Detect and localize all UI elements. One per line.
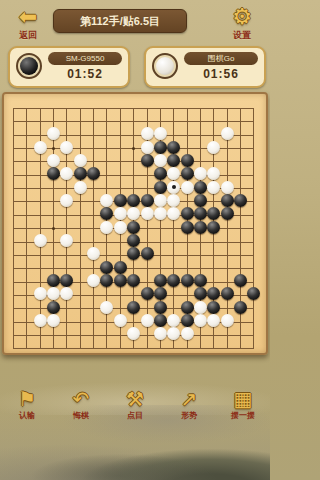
black-stone — [114, 194, 127, 207]
white-stone — [221, 127, 234, 140]
black-stone — [194, 181, 207, 194]
black-stone — [234, 301, 247, 314]
white-stone — [221, 181, 234, 194]
black-stone — [221, 287, 234, 300]
grid-line-h — [13, 268, 254, 269]
hoshi-point — [132, 147, 135, 150]
black-stone — [47, 301, 60, 314]
white-stone — [127, 207, 140, 220]
black-player-panel: SM-G9550 01:52 — [8, 46, 130, 88]
white-stone — [154, 127, 167, 140]
settings-gear-icon: ⚙ — [220, 6, 264, 28]
white-stone — [34, 234, 47, 247]
trend-chart-icon: ↗ — [164, 388, 214, 410]
black-stone — [127, 274, 140, 287]
top-bar: ⬅ 返回 第112手/贴6.5目 ⚙ 设置 — [0, 0, 270, 44]
white-stone — [34, 141, 47, 154]
white-stone — [141, 207, 154, 220]
hoshi-point — [52, 147, 55, 150]
black-stone — [221, 194, 234, 207]
white-stone — [60, 194, 73, 207]
back-arrow-icon: ⬅ — [6, 6, 50, 28]
black-stone — [207, 221, 220, 234]
settings-button[interactable]: ⚙ 设置 — [220, 6, 264, 42]
settings-label: 设置 — [220, 29, 264, 42]
black-stone — [194, 287, 207, 300]
toolbar-label: 认输 — [2, 410, 52, 421]
black-stone — [194, 207, 207, 220]
white-stone — [221, 314, 234, 327]
toolbar-label: 形势 — [164, 410, 214, 421]
black-stone — [127, 247, 140, 260]
black-stone — [154, 274, 167, 287]
white-stone — [127, 327, 140, 340]
white-stone — [154, 327, 167, 340]
black-stone — [181, 207, 194, 220]
resign-flag-icon: ⚑ — [2, 388, 52, 410]
toolbar-label: 悔棋 — [56, 410, 106, 421]
black-player-name: SM-G9550 — [48, 52, 122, 65]
white-stone — [194, 301, 207, 314]
white-stone — [60, 141, 73, 154]
hoshi-point — [52, 227, 55, 230]
black-stone — [141, 247, 154, 260]
white-player-avatar — [152, 53, 178, 79]
white-stone — [154, 194, 167, 207]
black-player-avatar — [16, 53, 42, 79]
white-stone — [47, 314, 60, 327]
black-stone — [100, 207, 113, 220]
black-stone — [141, 194, 154, 207]
white-stone — [47, 127, 60, 140]
white-stone — [207, 314, 220, 327]
white-stone — [100, 221, 113, 234]
black-stone — [127, 234, 140, 247]
black-stone — [127, 221, 140, 234]
grid-line-h — [13, 348, 254, 349]
black-stone — [181, 154, 194, 167]
black-stone — [221, 207, 234, 220]
black-stone — [154, 287, 167, 300]
black-stone — [207, 301, 220, 314]
white-stone — [74, 181, 87, 194]
white-stone — [60, 287, 73, 300]
black-stone — [167, 141, 180, 154]
认输-button[interactable]: ⚑认输 — [2, 388, 52, 421]
black-stone — [47, 274, 60, 287]
black-stone — [154, 314, 167, 327]
count-gavel-icon: ⚒ — [110, 388, 160, 410]
back-button[interactable]: ⬅ 返回 — [6, 6, 50, 42]
black-player-clock: 01:52 — [48, 67, 122, 81]
white-stone — [154, 154, 167, 167]
black-stone — [207, 287, 220, 300]
white-stone — [114, 221, 127, 234]
go-board[interactable] — [2, 92, 268, 355]
black-stone — [181, 221, 194, 234]
black-stone — [100, 261, 113, 274]
black-stone — [154, 181, 167, 194]
形势-button[interactable]: ↗形势 — [164, 388, 214, 421]
black-stone — [234, 274, 247, 287]
practice-board-icon: ▦ — [218, 388, 268, 410]
black-stone — [154, 141, 167, 154]
black-stone — [100, 274, 113, 287]
white-stone — [141, 314, 154, 327]
white-stone — [167, 327, 180, 340]
white-stone — [87, 247, 100, 260]
black-stone-avatar-icon — [20, 57, 38, 75]
white-stone — [194, 167, 207, 180]
black-stone — [60, 274, 73, 287]
white-stone — [167, 207, 180, 220]
back-label: 返回 — [6, 29, 50, 42]
black-stone — [141, 287, 154, 300]
white-stone — [167, 167, 180, 180]
grid-line-v — [253, 108, 254, 349]
black-stone — [181, 314, 194, 327]
white-stone — [47, 287, 60, 300]
white-stone — [47, 154, 60, 167]
black-stone — [167, 154, 180, 167]
toolbar-label: 摆一摆 — [218, 410, 268, 421]
white-stone — [114, 207, 127, 220]
bottom-toolbar: ⚑认输↶悔棋⚒点目↗形势▦摆一摆 — [0, 388, 270, 428]
black-stone — [181, 301, 194, 314]
摆一摆-button[interactable]: ▦摆一摆 — [218, 388, 268, 421]
white-stone — [141, 127, 154, 140]
white-stone — [154, 207, 167, 220]
white-stone — [167, 314, 180, 327]
black-stone — [114, 274, 127, 287]
white-stone — [141, 141, 154, 154]
white-stone — [74, 154, 87, 167]
white-stone — [87, 274, 100, 287]
black-stone — [141, 154, 154, 167]
white-stone — [100, 301, 113, 314]
悔棋-button[interactable]: ↶悔棋 — [56, 388, 106, 421]
white-stone — [60, 234, 73, 247]
black-stone — [47, 167, 60, 180]
点目-button[interactable]: ⚒点目 — [110, 388, 160, 421]
black-stone — [127, 194, 140, 207]
white-stone-last-move — [167, 181, 180, 194]
white-stone-avatar-icon — [156, 57, 174, 75]
white-stone — [114, 314, 127, 327]
black-stone — [194, 221, 207, 234]
white-player-panel: 围棋Go 01:56 — [144, 46, 266, 88]
black-stone — [194, 194, 207, 207]
black-stone — [74, 167, 87, 180]
white-stone — [167, 194, 180, 207]
white-stone — [181, 181, 194, 194]
black-stone — [234, 194, 247, 207]
white-stone — [60, 167, 73, 180]
white-stone — [34, 287, 47, 300]
black-stone — [87, 167, 100, 180]
white-stone — [100, 194, 113, 207]
black-stone — [167, 274, 180, 287]
white-stone — [181, 327, 194, 340]
white-stone — [207, 141, 220, 154]
undo-move-icon: ↶ — [56, 388, 106, 410]
white-player-clock: 01:56 — [184, 67, 258, 81]
black-stone — [181, 167, 194, 180]
black-stone — [154, 167, 167, 180]
black-stone — [194, 274, 207, 287]
toolbar-label: 点目 — [110, 410, 160, 421]
grid-line-v — [227, 108, 228, 349]
black-stone — [154, 301, 167, 314]
black-stone — [207, 207, 220, 220]
black-stone — [127, 301, 140, 314]
black-stone — [181, 274, 194, 287]
black-stone — [114, 261, 127, 274]
white-player-name: 围棋Go — [184, 52, 258, 65]
white-stone — [207, 167, 220, 180]
white-stone — [194, 314, 207, 327]
white-stone — [207, 181, 220, 194]
move-info-header: 第112手/贴6.5目 — [53, 9, 187, 33]
black-stone — [247, 287, 260, 300]
white-stone — [34, 314, 47, 327]
